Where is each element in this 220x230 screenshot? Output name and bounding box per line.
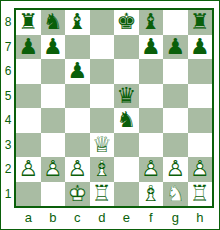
square-g4[interactable]	[163, 108, 188, 133]
chess-board: ♜♞♝♚♝♜♟♟♟♟♟♟♛♞♛♕♟♙♟♙♟♙♝♗♟♙♟♙♟♙♚♔♜♖♝♗♞♘♜♖	[14, 8, 214, 208]
square-d5[interactable]	[90, 84, 115, 109]
black-pawn-f7: ♟	[139, 35, 164, 60]
rank-label-3: 3	[5, 133, 12, 158]
square-b5[interactable]	[41, 84, 66, 109]
square-d2[interactable]: ♝♗	[90, 157, 115, 182]
white-rook-h1-outline: ♖	[188, 182, 213, 207]
square-a8[interactable]: ♜	[16, 10, 41, 35]
black-pawn-h7: ♟	[188, 35, 213, 60]
file-label-b: b	[49, 210, 56, 225]
black-pawn-b7: ♟	[41, 35, 66, 60]
square-b8[interactable]: ♞	[41, 10, 66, 35]
square-a7[interactable]: ♟	[16, 35, 41, 60]
white-rook-h1: ♜♖	[188, 182, 213, 207]
black-pawn-a7: ♟	[16, 35, 41, 60]
square-e2[interactable]	[114, 157, 139, 182]
square-e7[interactable]	[114, 35, 139, 60]
square-e8[interactable]: ♚	[114, 10, 139, 35]
rank-label-1: 1	[5, 182, 12, 207]
square-g3[interactable]	[163, 133, 188, 158]
black-king-e8: ♚	[114, 10, 139, 35]
white-pawn-h2-outline: ♙	[188, 157, 213, 182]
file-label-h: h	[196, 210, 203, 225]
square-e3[interactable]	[114, 133, 139, 158]
white-pawn-f2: ♟♙	[139, 157, 164, 182]
white-king-c1: ♚♔	[65, 182, 90, 207]
chess-diagram: 87654321 ♜♞♝♚♝♜♟♟♟♟♟♟♛♞♛♕♟♙♟♙♟♙♝♗♟♙♟♙♟♙♚…	[0, 0, 220, 230]
square-f6[interactable]	[139, 59, 164, 84]
square-h4[interactable]	[188, 108, 213, 133]
white-bishop-d2: ♝♗	[90, 157, 115, 182]
white-pawn-a2: ♟♙	[16, 157, 41, 182]
square-e4[interactable]: ♞	[114, 108, 139, 133]
square-f8[interactable]: ♝	[139, 10, 164, 35]
rank-label-4: 4	[5, 108, 12, 133]
square-b3[interactable]	[41, 133, 66, 158]
square-b6[interactable]	[41, 59, 66, 84]
square-g8[interactable]	[163, 10, 188, 35]
file-label-f: f	[149, 210, 153, 225]
board-with-coordinates: 87654321 ♜♞♝♚♝♜♟♟♟♟♟♟♛♞♛♕♟♙♟♙♟♙♝♗♟♙♟♙♟♙♚…	[2, 8, 214, 226]
rank-label-6: 6	[5, 59, 12, 84]
square-d7[interactable]	[90, 35, 115, 60]
black-rook-h8: ♜	[188, 10, 213, 35]
file-label-g: g	[172, 210, 179, 225]
square-f7[interactable]: ♟	[139, 35, 164, 60]
black-bishop-c8: ♝	[65, 10, 90, 35]
square-f3[interactable]	[139, 133, 164, 158]
square-a2[interactable]: ♟♙	[16, 157, 41, 182]
square-e1[interactable]	[114, 182, 139, 207]
square-c3[interactable]	[65, 133, 90, 158]
square-a1[interactable]	[16, 182, 41, 207]
white-queen-d3-outline: ♕	[90, 133, 115, 158]
square-c4[interactable]	[65, 108, 90, 133]
square-h5[interactable]	[188, 84, 213, 109]
white-bishop-f1-outline: ♗	[139, 182, 164, 207]
square-a4[interactable]	[16, 108, 41, 133]
square-d1[interactable]: ♜♖	[90, 182, 115, 207]
square-b4[interactable]	[41, 108, 66, 133]
black-knight-b8: ♞	[41, 10, 66, 35]
square-c2[interactable]: ♟♙	[65, 157, 90, 182]
square-h8[interactable]: ♜	[188, 10, 213, 35]
black-queen-e5: ♛	[114, 84, 139, 109]
square-g7[interactable]: ♟	[163, 35, 188, 60]
white-pawn-c2: ♟♙	[65, 157, 90, 182]
white-pawn-g2-outline: ♙	[163, 157, 188, 182]
square-c7[interactable]	[65, 35, 90, 60]
square-b7[interactable]: ♟	[41, 35, 66, 60]
black-pawn-c6: ♟	[65, 59, 90, 84]
white-knight-g1-outline: ♘	[163, 182, 188, 207]
white-rook-d1: ♜♖	[90, 182, 115, 207]
rank-label-5: 5	[5, 84, 12, 109]
rank-label-2: 2	[5, 157, 12, 182]
square-g2[interactable]: ♟♙	[163, 157, 188, 182]
black-rook-a8: ♜	[16, 10, 41, 35]
white-pawn-b2: ♟♙	[41, 157, 66, 182]
white-pawn-b2-outline: ♙	[41, 157, 66, 182]
square-f4[interactable]	[139, 108, 164, 133]
square-h7[interactable]: ♟	[188, 35, 213, 60]
rank-label-8: 8	[5, 10, 12, 35]
square-d3[interactable]: ♛♕	[90, 133, 115, 158]
black-pawn-g7: ♟	[163, 35, 188, 60]
rank-label-7: 7	[5, 35, 12, 60]
file-label-c: c	[74, 210, 81, 225]
white-pawn-c2-outline: ♙	[65, 157, 90, 182]
white-pawn-f2-outline: ♙	[139, 157, 164, 182]
white-knight-g1: ♞♘	[163, 182, 188, 207]
square-c1[interactable]: ♚♔	[65, 182, 90, 207]
white-rook-d1-outline: ♖	[90, 182, 115, 207]
square-b2[interactable]: ♟♙	[41, 157, 66, 182]
black-bishop-f8: ♝	[139, 10, 164, 35]
square-g1[interactable]: ♞♘	[163, 182, 188, 207]
white-pawn-g2: ♟♙	[163, 157, 188, 182]
square-c5[interactable]	[65, 84, 90, 109]
file-label-a: a	[25, 210, 32, 225]
square-g6[interactable]	[163, 59, 188, 84]
square-c6[interactable]: ♟	[65, 59, 90, 84]
square-d8[interactable]	[90, 10, 115, 35]
square-a3[interactable]	[16, 133, 41, 158]
square-b1[interactable]	[41, 182, 66, 207]
file-labels: abcdefgh	[14, 208, 214, 226]
rank-labels: 87654321	[2, 8, 14, 208]
square-h3[interactable]	[188, 133, 213, 158]
square-h2[interactable]: ♟♙	[188, 157, 213, 182]
white-queen-d3: ♛♕	[90, 133, 115, 158]
square-f1[interactable]: ♝♗	[139, 182, 164, 207]
square-c8[interactable]: ♝	[65, 10, 90, 35]
square-d4[interactable]	[90, 108, 115, 133]
square-h6[interactable]	[188, 59, 213, 84]
white-pawn-a2-outline: ♙	[16, 157, 41, 182]
square-d6[interactable]	[90, 59, 115, 84]
black-knight-e4: ♞	[114, 108, 139, 133]
square-f5[interactable]	[139, 84, 164, 109]
square-g5[interactable]	[163, 84, 188, 109]
square-a6[interactable]	[16, 59, 41, 84]
square-f2[interactable]: ♟♙	[139, 157, 164, 182]
square-e5[interactable]: ♛	[114, 84, 139, 109]
square-a5[interactable]	[16, 84, 41, 109]
file-label-d: d	[98, 210, 105, 225]
white-bishop-d2-outline: ♗	[90, 157, 115, 182]
square-e6[interactable]	[114, 59, 139, 84]
white-king-c1-outline: ♔	[65, 182, 90, 207]
file-label-e: e	[123, 210, 130, 225]
white-pawn-h2: ♟♙	[188, 157, 213, 182]
white-bishop-f1: ♝♗	[139, 182, 164, 207]
square-h1[interactable]: ♜♖	[188, 182, 213, 207]
